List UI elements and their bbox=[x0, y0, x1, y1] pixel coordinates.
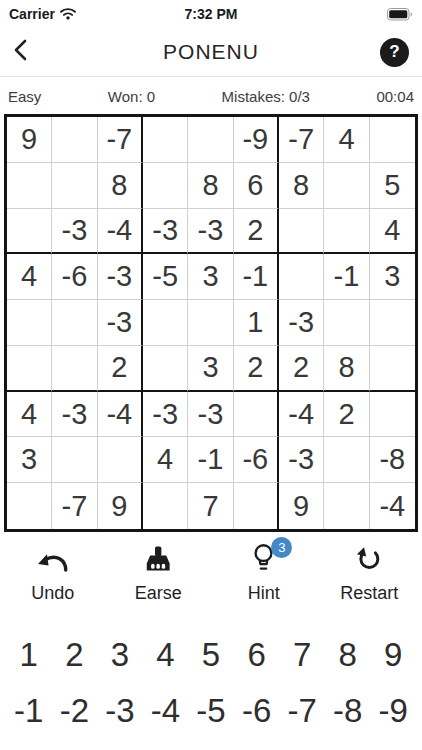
cell-r7c7[interactable]: -4 bbox=[279, 392, 324, 438]
undo-label: Undo bbox=[31, 583, 74, 604]
cell-r1c6[interactable]: -9 bbox=[234, 117, 279, 163]
cell-r3c7[interactable] bbox=[279, 209, 324, 255]
cell-r2c6[interactable]: 6 bbox=[234, 163, 279, 209]
won-counter: Won: 0 bbox=[108, 88, 155, 105]
cell-r9c8[interactable] bbox=[324, 483, 369, 529]
cell-r1c8[interactable]: 4 bbox=[324, 117, 369, 163]
numpad--6[interactable]: -6 bbox=[234, 688, 280, 734]
cell-r6c9[interactable] bbox=[370, 346, 415, 392]
cell-r2c9[interactable]: 5 bbox=[370, 163, 415, 209]
cell-r4c8[interactable]: -1 bbox=[324, 254, 369, 300]
help-button[interactable]: ? bbox=[380, 38, 409, 67]
numpad--9[interactable]: -9 bbox=[371, 688, 417, 734]
timer: 00:04 bbox=[376, 88, 414, 105]
cell-r6c3[interactable]: 2 bbox=[98, 346, 143, 392]
cell-r2c7[interactable]: 8 bbox=[279, 163, 324, 209]
numpad: 123456789 -1-2-3-4-5-6-7-8-9 bbox=[0, 632, 422, 734]
cell-r8c2[interactable] bbox=[52, 437, 97, 483]
cell-r9c3[interactable]: 9 bbox=[98, 483, 143, 529]
hint-label: Hint bbox=[248, 583, 280, 604]
cell-r9c9[interactable]: -4 bbox=[370, 483, 415, 529]
numpad--7[interactable]: -7 bbox=[279, 688, 325, 734]
numpad--8[interactable]: -8 bbox=[325, 688, 371, 734]
restart-label: Restart bbox=[340, 583, 398, 604]
brush-icon bbox=[140, 542, 176, 578]
lightbulb-icon: 3 bbox=[247, 542, 280, 578]
cell-r2c2[interactable] bbox=[52, 163, 97, 209]
cell-r3c5[interactable]: -3 bbox=[188, 209, 233, 255]
numpad-3[interactable]: 3 bbox=[97, 632, 143, 678]
cell-r8c3[interactable] bbox=[98, 437, 143, 483]
cell-r2c5[interactable]: 8 bbox=[188, 163, 233, 209]
cell-r4c7[interactable] bbox=[279, 254, 324, 300]
cell-r1c7[interactable]: -7 bbox=[279, 117, 324, 163]
mistakes-counter: Mistakes: 0/3 bbox=[222, 88, 310, 105]
numpad-5[interactable]: 5 bbox=[188, 632, 234, 678]
cell-r7c9[interactable] bbox=[370, 392, 415, 438]
difficulty-label: Easy bbox=[8, 88, 41, 105]
cell-r9c4[interactable] bbox=[143, 483, 188, 529]
hint-button[interactable]: 3 Hint bbox=[217, 542, 311, 604]
cell-r3c8[interactable] bbox=[324, 209, 369, 255]
cell-r1c5[interactable] bbox=[188, 117, 233, 163]
cell-r6c8[interactable]: 8 bbox=[324, 346, 369, 392]
info-row: Easy Won: 0 Mistakes: 0/3 00:04 bbox=[0, 77, 422, 114]
cell-r2c8[interactable] bbox=[324, 163, 369, 209]
restart-icon bbox=[352, 542, 386, 578]
numpad-row-negative: -1-2-3-4-5-6-7-8-9 bbox=[6, 688, 416, 734]
cell-r1c1[interactable]: 9 bbox=[7, 117, 52, 163]
cell-r8c7[interactable]: -3 bbox=[279, 437, 324, 483]
cell-r4c1[interactable]: 4 bbox=[7, 254, 52, 300]
cell-r3c1[interactable] bbox=[7, 209, 52, 255]
cell-r7c2[interactable]: -3 bbox=[52, 392, 97, 438]
cell-r7c5[interactable]: -3 bbox=[188, 392, 233, 438]
cell-r6c6[interactable]: 2 bbox=[234, 346, 279, 392]
cell-r5c7[interactable]: -3 bbox=[279, 300, 324, 346]
cell-r5c2[interactable] bbox=[52, 300, 97, 346]
back-button[interactable] bbox=[13, 37, 37, 67]
numpad-9[interactable]: 9 bbox=[371, 632, 417, 678]
cell-r5c5[interactable] bbox=[188, 300, 233, 346]
undo-icon bbox=[35, 542, 71, 578]
cell-r8c8[interactable] bbox=[324, 437, 369, 483]
numpad-1[interactable]: 1 bbox=[6, 632, 52, 678]
question-mark-icon: ? bbox=[389, 42, 399, 62]
restart-button[interactable]: Restart bbox=[322, 542, 416, 604]
status-bar: Carrier 7:32 PM bbox=[0, 0, 422, 28]
erase-button[interactable]: Earse bbox=[111, 542, 205, 604]
cell-r2c3[interactable]: 8 bbox=[98, 163, 143, 209]
cell-r1c4[interactable] bbox=[143, 117, 188, 163]
numpad--1[interactable]: -1 bbox=[6, 688, 52, 734]
numpad-8[interactable]: 8 bbox=[325, 632, 371, 678]
cell-r3c9[interactable]: 4 bbox=[370, 209, 415, 255]
cell-r6c7[interactable]: 2 bbox=[279, 346, 324, 392]
cell-r1c3[interactable]: -7 bbox=[98, 117, 143, 163]
cell-r4c4[interactable]: -5 bbox=[143, 254, 188, 300]
cell-r2c4[interactable] bbox=[143, 163, 188, 209]
cell-r7c6[interactable] bbox=[234, 392, 279, 438]
cell-r9c5[interactable]: 7 bbox=[188, 483, 233, 529]
cell-r5c1[interactable] bbox=[7, 300, 52, 346]
cell-r2c1[interactable] bbox=[7, 163, 52, 209]
cell-r6c2[interactable] bbox=[52, 346, 97, 392]
cell-r8c6[interactable]: -6 bbox=[234, 437, 279, 483]
numpad--3[interactable]: -3 bbox=[97, 688, 143, 734]
nav-bar: PONENU ? bbox=[0, 28, 422, 76]
cell-r7c4[interactable]: -3 bbox=[143, 392, 188, 438]
toolbar: Undo Earse 3 Hint bbox=[0, 542, 422, 604]
hint-badge: 3 bbox=[271, 537, 292, 558]
cell-r7c3[interactable]: -4 bbox=[98, 392, 143, 438]
cell-r3c2[interactable]: -3 bbox=[52, 209, 97, 255]
undo-button[interactable]: Undo bbox=[6, 542, 100, 604]
cell-r4c6[interactable]: -1 bbox=[234, 254, 279, 300]
numpad-6[interactable]: 6 bbox=[234, 632, 280, 678]
chevron-left-icon bbox=[13, 38, 28, 66]
cell-r8c1[interactable]: 3 bbox=[7, 437, 52, 483]
numpad-row-positive: 123456789 bbox=[6, 632, 416, 678]
numpad-2[interactable]: 2 bbox=[52, 632, 98, 678]
cell-r5c3[interactable]: -3 bbox=[98, 300, 143, 346]
clock: 7:32 PM bbox=[0, 6, 422, 22]
cell-r4c3[interactable]: -3 bbox=[98, 254, 143, 300]
cell-r5c6[interactable]: 1 bbox=[234, 300, 279, 346]
cell-r8c5[interactable]: -1 bbox=[188, 437, 233, 483]
cell-r6c4[interactable] bbox=[143, 346, 188, 392]
cell-r7c8[interactable]: 2 bbox=[324, 392, 369, 438]
numpad--5[interactable]: -5 bbox=[188, 688, 234, 734]
cell-r1c9[interactable] bbox=[370, 117, 415, 163]
numpad--2[interactable]: -2 bbox=[52, 688, 98, 734]
erase-label: Earse bbox=[135, 583, 182, 604]
cell-r3c6[interactable]: 2 bbox=[234, 209, 279, 255]
cell-r8c9[interactable]: -8 bbox=[370, 437, 415, 483]
board: 9-7-9-7488685-3-4-3-3244-6-3-53-1-13-31-… bbox=[4, 114, 418, 532]
cell-r9c1[interactable] bbox=[7, 483, 52, 529]
cell-r4c5[interactable]: 3 bbox=[188, 254, 233, 300]
cell-r4c2[interactable]: -6 bbox=[52, 254, 97, 300]
numpad-7[interactable]: 7 bbox=[279, 632, 325, 678]
numpad--4[interactable]: -4 bbox=[143, 688, 189, 734]
cell-r5c4[interactable] bbox=[143, 300, 188, 346]
cell-r3c4[interactable]: -3 bbox=[143, 209, 188, 255]
numpad-4[interactable]: 4 bbox=[143, 632, 189, 678]
cell-r8c4[interactable]: 4 bbox=[143, 437, 188, 483]
cell-r6c5[interactable]: 3 bbox=[188, 346, 233, 392]
cell-r4c9[interactable]: 3 bbox=[370, 254, 415, 300]
cell-r1c2[interactable] bbox=[52, 117, 97, 163]
cell-r9c2[interactable]: -7 bbox=[52, 483, 97, 529]
cell-r6c1[interactable] bbox=[7, 346, 52, 392]
cell-r7c1[interactable]: 4 bbox=[7, 392, 52, 438]
page-title: PONENU bbox=[0, 40, 422, 64]
cell-r5c9[interactable] bbox=[370, 300, 415, 346]
cell-r9c7[interactable]: 9 bbox=[279, 483, 324, 529]
cell-r5c8[interactable] bbox=[324, 300, 369, 346]
cell-r3c3[interactable]: -4 bbox=[98, 209, 143, 255]
cell-r9c6[interactable] bbox=[234, 483, 279, 529]
